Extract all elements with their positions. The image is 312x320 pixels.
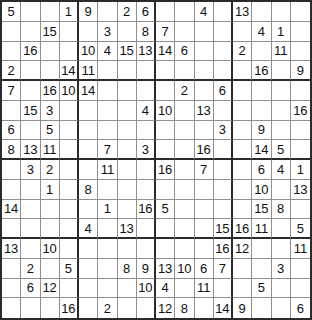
cell-r2c7[interactable] (118, 22, 137, 42)
cell-r11c2[interactable] (21, 200, 40, 220)
cell-r13c14[interactable] (252, 239, 271, 259)
cell-r10c14: 10 (252, 180, 271, 200)
cell-r1c14[interactable] (252, 2, 271, 22)
cell-r4c5: 11 (79, 61, 98, 81)
cell-r9c9: 16 (156, 160, 175, 180)
cell-r9c6: 11 (98, 160, 117, 180)
cell-r12c8[interactable] (137, 219, 156, 239)
cell-r15c13[interactable] (233, 279, 252, 299)
cell-r15c15[interactable] (272, 279, 291, 299)
cell-r5c13[interactable] (233, 81, 252, 101)
cell-r3c12[interactable] (214, 42, 233, 62)
cell-r9c10[interactable] (175, 160, 194, 180)
cell-r10c4[interactable] (60, 180, 79, 200)
cell-r9c15: 4 (272, 160, 291, 180)
cell-r5c14[interactable] (252, 81, 271, 101)
cell-r9c8[interactable] (137, 160, 156, 180)
cell-r11c11[interactable] (195, 200, 214, 220)
cell-r11c14: 15 (252, 200, 271, 220)
cell-r13c3: 10 (41, 239, 60, 259)
cell-r15c1[interactable] (2, 279, 21, 299)
cell-r9c12[interactable] (214, 160, 233, 180)
cell-r12c9[interactable] (156, 219, 175, 239)
cell-r2c16[interactable] (291, 22, 310, 42)
cell-r9c13[interactable] (233, 160, 252, 180)
cell-r2c13[interactable] (233, 22, 252, 42)
cell-r16c3[interactable] (41, 298, 60, 318)
cell-r12c10[interactable] (175, 219, 194, 239)
cell-r15c12[interactable] (214, 279, 233, 299)
cell-r7c8[interactable] (137, 121, 156, 141)
cell-r6c10[interactable] (175, 101, 194, 121)
cell-r14c5[interactable] (79, 259, 98, 279)
cell-r13c5[interactable] (79, 239, 98, 259)
cell-r6c4[interactable] (60, 101, 79, 121)
cell-r12c2[interactable] (21, 219, 40, 239)
cell-r4c3[interactable] (41, 61, 60, 81)
cell-r2c6: 3 (98, 22, 117, 42)
cell-r4c14: 16 (252, 61, 271, 81)
cell-r4c11[interactable] (195, 61, 214, 81)
cell-r8c15: 5 (272, 140, 291, 160)
cell-r10c7[interactable] (118, 180, 137, 200)
cell-r3c2: 16 (21, 42, 40, 62)
cell-r10c11[interactable] (195, 180, 214, 200)
cell-r7c4[interactable] (60, 121, 79, 141)
cell-r15c2: 6 (21, 279, 40, 299)
cell-r12c11[interactable] (195, 219, 214, 239)
cell-r11c15: 8 (272, 200, 291, 220)
cell-r7c1: 6 (2, 121, 21, 141)
cell-r13c4[interactable] (60, 239, 79, 259)
cell-r13c12: 16 (214, 239, 233, 259)
cell-r3c8: 13 (137, 42, 156, 62)
cell-r10c8[interactable] (137, 180, 156, 200)
cell-r5c6[interactable] (98, 81, 117, 101)
cell-r7c2[interactable] (21, 121, 40, 141)
cell-r12c12: 15 (214, 219, 233, 239)
cell-r14c15: 3 (272, 259, 291, 279)
cell-r9c3: 2 (41, 160, 60, 180)
cell-r7c11[interactable] (195, 121, 214, 141)
cell-r4c15[interactable] (272, 61, 291, 81)
cell-r12c7: 13 (118, 219, 137, 239)
cell-r12c16: 5 (291, 219, 310, 239)
cell-r11c5[interactable] (79, 200, 98, 220)
cell-r16c16: 6 (291, 298, 310, 318)
cell-r8c5[interactable] (79, 140, 98, 160)
cell-r9c1[interactable] (2, 160, 21, 180)
cell-r3c6: 4 (98, 42, 117, 62)
cell-r15c8: 10 (137, 279, 156, 299)
cell-r13c13: 12 (233, 239, 252, 259)
cell-r5c3: 16 (41, 81, 60, 101)
cell-r2c9: 7 (156, 22, 175, 42)
cell-r8c8: 3 (137, 140, 156, 160)
cell-r2c4[interactable] (60, 22, 79, 42)
cell-r7c3: 5 (41, 121, 60, 141)
cell-r1c9[interactable] (156, 2, 175, 22)
cell-r6c12[interactable] (214, 101, 233, 121)
cell-r6c15[interactable] (272, 101, 291, 121)
cell-r12c4[interactable] (60, 219, 79, 239)
cell-r15c3: 12 (41, 279, 60, 299)
cell-r11c6: 1 (98, 200, 117, 220)
cell-r4c8[interactable] (137, 61, 156, 81)
cell-r5c8[interactable] (137, 81, 156, 101)
cell-r6c1[interactable] (2, 101, 21, 121)
cell-r3c16[interactable] (291, 42, 310, 62)
cell-r14c16[interactable] (291, 259, 310, 279)
cell-r14c12: 7 (214, 259, 233, 279)
cell-r5c11[interactable] (195, 81, 214, 101)
cell-r5c5: 14 (79, 81, 98, 101)
cell-r7c5[interactable] (79, 121, 98, 141)
cell-r4c16: 9 (291, 61, 310, 81)
cell-r8c11: 16 (195, 140, 214, 160)
cell-r8c1: 8 (2, 140, 21, 160)
cell-r15c10[interactable] (175, 279, 194, 299)
cell-r6c13[interactable] (233, 101, 252, 121)
cell-r16c7[interactable] (118, 298, 137, 318)
cell-r3c11[interactable] (195, 42, 214, 62)
cell-r1c6[interactable] (98, 2, 117, 22)
cell-r4c13[interactable] (233, 61, 252, 81)
cell-r6c8: 4 (137, 101, 156, 121)
cell-r10c9[interactable] (156, 180, 175, 200)
cell-r3c10: 6 (175, 42, 194, 62)
cell-r13c11[interactable] (195, 239, 214, 259)
cell-r16c13: 9 (233, 298, 252, 318)
cell-r12c14: 11 (252, 219, 271, 239)
cell-r8c13[interactable] (233, 140, 252, 160)
cell-r8c3: 11 (41, 140, 60, 160)
cell-r10c5: 8 (79, 180, 98, 200)
cell-r2c1[interactable] (2, 22, 21, 42)
cell-r3c13: 2 (233, 42, 252, 62)
cell-r11c1: 14 (2, 200, 21, 220)
cell-r13c2[interactable] (21, 239, 40, 259)
cell-r1c13: 13 (233, 2, 252, 22)
cell-r9c7[interactable] (118, 160, 137, 180)
cell-r2c14: 4 (252, 22, 271, 42)
cell-r14c14[interactable] (252, 259, 271, 279)
cell-r1c7: 2 (118, 2, 137, 22)
cell-r11c10[interactable] (175, 200, 194, 220)
cell-r5c4: 10 (60, 81, 79, 101)
cell-r13c6[interactable] (98, 239, 117, 259)
cell-r10c10[interactable] (175, 180, 194, 200)
cell-r15c11: 11 (195, 279, 214, 299)
cell-r9c14: 6 (252, 160, 271, 180)
cell-r5c16[interactable] (291, 81, 310, 101)
cell-r13c15[interactable] (272, 239, 291, 259)
cell-r10c1[interactable] (2, 180, 21, 200)
cell-r14c11: 6 (195, 259, 214, 279)
cell-r3c14[interactable] (252, 42, 271, 62)
cell-r14c6[interactable] (98, 259, 117, 279)
cell-r4c12[interactable] (214, 61, 233, 81)
cell-r5c1: 7 (2, 81, 21, 101)
cell-r2c10[interactable] (175, 22, 194, 42)
cell-r11c13[interactable] (233, 200, 252, 220)
cell-r3c9: 14 (156, 42, 175, 62)
cell-r2c5[interactable] (79, 22, 98, 42)
cell-r8c12[interactable] (214, 140, 233, 160)
cell-r2c15: 1 (272, 22, 291, 42)
cell-r15c14: 5 (252, 279, 271, 299)
cell-r16c12: 14 (214, 298, 233, 318)
cell-r3c5: 10 (79, 42, 98, 62)
cell-r14c3[interactable] (41, 259, 60, 279)
cell-r1c8: 6 (137, 2, 156, 22)
cell-r11c3[interactable] (41, 200, 60, 220)
cell-r16c2[interactable] (21, 298, 40, 318)
cell-r5c15[interactable] (272, 81, 291, 101)
cell-r7c15[interactable] (272, 121, 291, 141)
cell-r4c10[interactable] (175, 61, 194, 81)
cell-r6c6[interactable] (98, 101, 117, 121)
cell-r5c2[interactable] (21, 81, 40, 101)
cell-r16c6: 2 (98, 298, 117, 318)
cell-r4c4: 14 (60, 61, 79, 81)
cell-r2c8: 8 (137, 22, 156, 42)
cell-r7c13[interactable] (233, 121, 252, 141)
cell-r2c11[interactable] (195, 22, 214, 42)
cell-r10c12[interactable] (214, 180, 233, 200)
cell-r9c16: 1 (291, 160, 310, 180)
cell-r13c10[interactable] (175, 239, 194, 259)
cell-r16c8[interactable] (137, 298, 156, 318)
cell-r11c8: 16 (137, 200, 156, 220)
cell-r6c16: 16 (291, 101, 310, 121)
cell-r11c16[interactable] (291, 200, 310, 220)
cell-r1c15[interactable] (272, 2, 291, 22)
cell-r1c2[interactable] (21, 2, 40, 22)
cell-r16c4: 16 (60, 298, 79, 318)
cell-r8c10[interactable] (175, 140, 194, 160)
cell-r2c12[interactable] (214, 22, 233, 42)
cell-r15c5[interactable] (79, 279, 98, 299)
cell-r13c1: 13 (2, 239, 21, 259)
cell-r15c4[interactable] (60, 279, 79, 299)
cell-r1c5: 9 (79, 2, 98, 22)
cell-r13c9[interactable] (156, 239, 175, 259)
cell-r12c5: 4 (79, 219, 98, 239)
cell-r10c3: 1 (41, 180, 60, 200)
cell-r14c10: 10 (175, 259, 194, 279)
cell-r6c7[interactable] (118, 101, 137, 121)
cell-r3c1[interactable] (2, 42, 21, 62)
cell-r7c16[interactable] (291, 121, 310, 141)
cell-r16c15[interactable] (272, 298, 291, 318)
cell-r7c14: 9 (252, 121, 271, 141)
cell-r16c11[interactable] (195, 298, 214, 318)
cell-r4c1: 2 (2, 61, 21, 81)
cell-r4c9[interactable] (156, 61, 175, 81)
cell-r3c7: 15 (118, 42, 137, 62)
cell-r8c2: 13 (21, 140, 40, 160)
cell-r11c12[interactable] (214, 200, 233, 220)
cell-r1c11: 4 (195, 2, 214, 22)
cell-r1c16[interactable] (291, 2, 310, 22)
cell-r3c4[interactable] (60, 42, 79, 62)
cell-r14c8: 9 (137, 259, 156, 279)
cell-r7c12: 3 (214, 121, 233, 141)
cell-r16c10: 8 (175, 298, 194, 318)
cell-r6c9: 10 (156, 101, 175, 121)
cell-r8c16[interactable] (291, 140, 310, 160)
cell-r11c7[interactable] (118, 200, 137, 220)
cell-r9c5[interactable] (79, 160, 98, 180)
cell-r11c9: 5 (156, 200, 175, 220)
cell-r16c1[interactable] (2, 298, 21, 318)
cell-r3c15: 11 (272, 42, 291, 62)
cell-r2c3: 15 (41, 22, 60, 42)
cell-r4c6[interactable] (98, 61, 117, 81)
cell-r15c16[interactable] (291, 279, 310, 299)
cell-r14c13[interactable] (233, 259, 252, 279)
cell-r15c6[interactable] (98, 279, 117, 299)
cell-r13c16: 11 (291, 239, 310, 259)
cell-r5c10: 2 (175, 81, 194, 101)
cell-r2c2[interactable] (21, 22, 40, 42)
cell-r5c12: 6 (214, 81, 233, 101)
cell-r10c15[interactable] (272, 180, 291, 200)
cell-r9c4[interactable] (60, 160, 79, 180)
cell-r6c5[interactable] (79, 101, 98, 121)
cell-r6c3: 3 (41, 101, 60, 121)
cell-r7c6[interactable] (98, 121, 117, 141)
cell-r8c7[interactable] (118, 140, 137, 160)
cell-r8c6: 7 (98, 140, 117, 160)
cell-r14c9: 13 (156, 259, 175, 279)
cell-r9c2: 3 (21, 160, 40, 180)
cell-r10c16: 13 (291, 180, 310, 200)
cell-r11c4[interactable] (60, 200, 79, 220)
cell-r12c1[interactable] (2, 219, 21, 239)
cell-r8c14: 14 (252, 140, 271, 160)
cell-r14c7: 8 (118, 259, 137, 279)
cell-r4c2[interactable] (21, 61, 40, 81)
cell-r1c4: 1 (60, 2, 79, 22)
cell-r6c11: 13 (195, 101, 214, 121)
cell-r15c9: 4 (156, 279, 175, 299)
cell-r12c15[interactable] (272, 219, 291, 239)
sudoku-board: 5192641315387411610415131462112141116971… (0, 0, 312, 320)
cell-r16c9: 12 (156, 298, 175, 318)
cell-r6c14[interactable] (252, 101, 271, 121)
cell-r12c13: 16 (233, 219, 252, 239)
cell-r13c7[interactable] (118, 239, 137, 259)
cell-r14c2: 2 (21, 259, 40, 279)
cell-r10c13[interactable] (233, 180, 252, 200)
cell-r14c4: 5 (60, 259, 79, 279)
cell-r16c14[interactable] (252, 298, 271, 318)
cell-r5c9[interactable] (156, 81, 175, 101)
cell-r13c8[interactable] (137, 239, 156, 259)
cell-r14c1[interactable] (2, 259, 21, 279)
cell-r7c7[interactable] (118, 121, 137, 141)
cell-r6c2: 15 (21, 101, 40, 121)
cell-r9c11: 7 (195, 160, 214, 180)
cell-r1c10[interactable] (175, 2, 194, 22)
cell-r16c5[interactable] (79, 298, 98, 318)
cell-r7c9[interactable] (156, 121, 175, 141)
cell-r4c7[interactable] (118, 61, 137, 81)
cell-r3c3[interactable] (41, 42, 60, 62)
cell-r8c4[interactable] (60, 140, 79, 160)
cell-r10c6[interactable] (98, 180, 117, 200)
cell-r1c12[interactable] (214, 2, 233, 22)
cell-r8c9[interactable] (156, 140, 175, 160)
cell-r1c1: 5 (2, 2, 21, 22)
cell-r7c10[interactable] (175, 121, 194, 141)
cell-r5c7[interactable] (118, 81, 137, 101)
cell-r15c7[interactable] (118, 279, 137, 299)
cell-r12c3[interactable] (41, 219, 60, 239)
cell-r10c2[interactable] (21, 180, 40, 200)
cell-r1c3[interactable] (41, 2, 60, 22)
cell-r12c6[interactable] (98, 219, 117, 239)
